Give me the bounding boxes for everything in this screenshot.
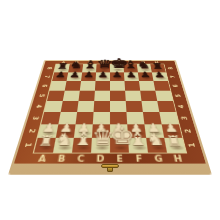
rank-label-right-5: 5 bbox=[170, 92, 188, 100]
board-square-e2 bbox=[110, 124, 128, 137]
board-square-d2 bbox=[92, 124, 110, 137]
board-square-d6 bbox=[95, 81, 110, 90]
board-square-d5 bbox=[94, 91, 110, 101]
rank-label-left-5: 5 bbox=[33, 92, 51, 100]
board-square-b6 bbox=[65, 81, 81, 90]
brass-clasp bbox=[101, 164, 119, 173]
board-square-c3 bbox=[76, 112, 94, 124]
board-square-c2 bbox=[74, 124, 93, 137]
board-square-e5 bbox=[110, 91, 126, 101]
rank-label-left-6: 6 bbox=[36, 82, 53, 89]
board-square-b4 bbox=[61, 101, 79, 112]
board-square-f2 bbox=[127, 124, 146, 137]
board-square-h2 bbox=[162, 124, 183, 137]
board-square-f6 bbox=[124, 81, 140, 90]
board-square-d3 bbox=[93, 112, 110, 124]
rank-label-right-6: 6 bbox=[167, 82, 184, 89]
clasp-tab bbox=[107, 167, 113, 172]
board-square-d4 bbox=[94, 101, 110, 112]
board-square-e4 bbox=[110, 101, 126, 112]
board-square-f4 bbox=[126, 101, 143, 112]
board-square-h3 bbox=[159, 112, 179, 124]
board-square-c6 bbox=[80, 81, 96, 90]
chess-set-photo: AABBCCDDEEFFGGHH8877665544332211 ♜♞♝♛♚♝♞… bbox=[0, 0, 220, 220]
board-square-f5 bbox=[125, 91, 141, 101]
chess-board: AABBCCDDEEFFGGHH8877665544332211 ♜♞♝♛♚♝♞… bbox=[8, 60, 212, 175]
board-square-b2 bbox=[56, 124, 76, 137]
board-square-b3 bbox=[58, 112, 77, 124]
board-square-c5 bbox=[79, 91, 95, 101]
board-square-b5 bbox=[63, 91, 80, 101]
board-square-e6 bbox=[110, 81, 125, 90]
board-square-c4 bbox=[77, 101, 94, 112]
